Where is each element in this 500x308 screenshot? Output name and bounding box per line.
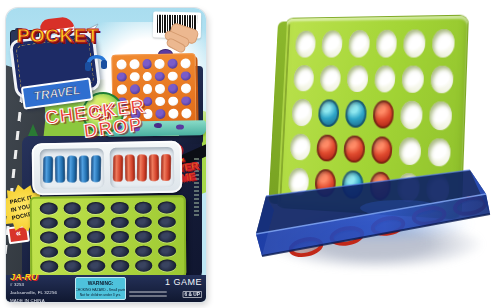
empty-hole <box>87 217 105 229</box>
empty-hole <box>40 202 58 214</box>
empty-hole <box>111 260 129 272</box>
blue-checker <box>91 155 101 182</box>
empty-hole <box>40 217 58 229</box>
empty-hole <box>432 29 455 57</box>
red-checker <box>149 154 159 181</box>
red-checker <box>161 153 171 180</box>
red-checker <box>371 136 393 165</box>
empty-hole <box>403 29 426 57</box>
white-checker <box>143 84 153 94</box>
empty-hole <box>321 30 342 57</box>
origin: MADE IN CHINA <box>10 298 44 302</box>
empty-hole <box>111 202 129 214</box>
empty-hole <box>295 31 316 58</box>
purple-checker <box>117 72 127 82</box>
empty-hole <box>158 245 176 257</box>
white-checker <box>156 97 166 107</box>
empty-hole <box>400 101 423 130</box>
maker-address: Jacksonville, FL 32256 <box>10 290 44 294</box>
retail-package: « DROP 'EM POCKET TRAVEL <box>6 8 206 302</box>
red-checker <box>125 154 135 181</box>
white-checker <box>181 84 191 94</box>
base-tray-front <box>250 168 500 288</box>
blue-checker <box>345 100 367 128</box>
red-checker-stack <box>110 147 175 188</box>
empty-hole <box>64 246 82 258</box>
blue-checker-stack <box>40 148 105 189</box>
blister-pack <box>32 141 183 196</box>
white-checker <box>155 59 165 69</box>
empty-hole <box>428 138 451 167</box>
purple-checker <box>155 71 165 81</box>
purple-checker <box>168 59 178 69</box>
item-number: # 3253 <box>10 282 44 286</box>
white-checker <box>168 96 178 106</box>
empty-hole <box>63 202 81 214</box>
white-checker <box>181 58 191 68</box>
empty-hole <box>135 260 153 272</box>
packaged-board-grid <box>30 195 187 278</box>
white-checker <box>129 59 139 69</box>
white-checker <box>116 59 126 69</box>
maker-block: JA-RU # 3253 Jacksonville, FL 32256 MADE… <box>10 273 72 303</box>
empty-hole <box>290 133 311 161</box>
package-footer: JA-RU # 3253 Jacksonville, FL 32256 MADE… <box>6 275 206 302</box>
product-photo <box>250 0 500 308</box>
empty-hole <box>346 65 368 92</box>
empty-hole <box>135 231 153 243</box>
white-checker <box>130 72 140 82</box>
white-checker <box>168 71 178 81</box>
red-checker <box>113 154 123 181</box>
blue-checker <box>67 155 77 182</box>
white-checker <box>155 84 165 94</box>
empty-hole <box>291 99 312 126</box>
empty-hole <box>159 260 177 272</box>
empty-hole <box>87 202 105 214</box>
empty-hole <box>374 65 396 93</box>
empty-hole <box>64 261 82 273</box>
empty-hole <box>158 231 176 243</box>
warning-title: WARNING: <box>88 281 114 285</box>
empty-hole <box>402 65 425 93</box>
empty-hole <box>111 231 129 243</box>
contents-label: 1 GAME <box>165 278 202 287</box>
empty-hole <box>429 101 452 130</box>
contents-block: 1 GAME 6 & UP <box>129 278 202 300</box>
white-checker <box>182 109 192 119</box>
red-checker <box>137 154 147 181</box>
red-checker <box>343 135 365 163</box>
white-checker <box>142 72 152 82</box>
purple-checker <box>181 71 191 81</box>
empty-hole <box>88 260 106 272</box>
age-badge: 6 & UP <box>183 291 202 298</box>
empty-hole <box>375 30 397 57</box>
empty-hole <box>134 216 152 228</box>
empty-hole <box>399 137 422 166</box>
empty-hole <box>87 231 105 243</box>
blue-checker <box>79 155 89 182</box>
empty-hole <box>40 232 58 244</box>
empty-hole <box>111 246 129 258</box>
headphones-icon <box>84 44 108 78</box>
empty-hole <box>293 65 314 92</box>
fine-print-lines <box>129 291 167 297</box>
purple-checker <box>168 84 178 94</box>
empty-hole <box>64 231 82 243</box>
blue-checker <box>318 99 340 127</box>
empty-hole <box>63 217 81 229</box>
empty-hole <box>111 216 129 228</box>
empty-hole <box>319 65 341 92</box>
empty-hole <box>40 261 58 273</box>
empty-hole <box>158 201 176 213</box>
purple-checker <box>181 96 191 106</box>
purple-checker <box>142 59 152 69</box>
empty-hole <box>134 202 152 214</box>
empty-hole <box>40 246 58 258</box>
warning-box: WARNING: CHOKING HAZARD - Small parts. N… <box>75 277 126 300</box>
maker-logo: JA-RU <box>10 273 72 281</box>
red-checker <box>372 100 394 128</box>
blue-checker <box>55 155 65 182</box>
empty-hole <box>348 30 370 57</box>
empty-hole <box>135 245 153 257</box>
purple-checker <box>130 84 140 94</box>
screenshot: « DROP 'EM POCKET TRAVEL <box>0 0 500 308</box>
empty-hole <box>430 65 453 93</box>
blue-checker <box>43 155 53 182</box>
white-checker <box>117 85 127 95</box>
warning-line1: CHOKING HAZARD - Small parts. <box>75 288 126 290</box>
empty-hole <box>87 246 105 258</box>
warning-line2: Not for children under 3 yrs. <box>80 294 121 296</box>
red-checker <box>316 134 338 162</box>
empty-hole <box>158 216 176 228</box>
